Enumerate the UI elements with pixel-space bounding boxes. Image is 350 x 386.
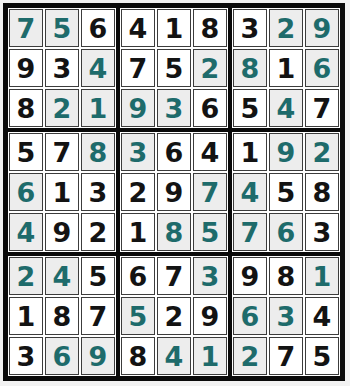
sudoku-cell-r6c9[interactable]: 3 bbox=[305, 213, 339, 251]
sudoku-cell-r5c8[interactable]: 5 bbox=[269, 173, 303, 211]
sudoku-box-4: 578613492 bbox=[6, 130, 118, 254]
sudoku-box-6: 192458763 bbox=[230, 130, 342, 254]
sudoku-cell-r3c3[interactable]: 1 bbox=[81, 89, 115, 127]
sudoku-box-3: 329816547 bbox=[230, 6, 342, 130]
sudoku-cell-r1c1[interactable]: 7 bbox=[9, 9, 43, 47]
sudoku-cell-r8c7[interactable]: 6 bbox=[233, 297, 267, 335]
sudoku-cell-r9c4[interactable]: 8 bbox=[121, 337, 155, 375]
sudoku-cell-r4c9[interactable]: 2 bbox=[305, 133, 339, 171]
sudoku-cell-r9c8[interactable]: 7 bbox=[269, 337, 303, 375]
sudoku-cell-r8c3[interactable]: 7 bbox=[81, 297, 115, 335]
sudoku-cell-r4c5[interactable]: 6 bbox=[157, 133, 191, 171]
sudoku-cell-r3c5[interactable]: 3 bbox=[157, 89, 191, 127]
sudoku-cell-r3c6[interactable]: 6 bbox=[193, 89, 227, 127]
sudoku-box-9: 981634275 bbox=[230, 254, 342, 378]
sudoku-cell-r5c4[interactable]: 2 bbox=[121, 173, 155, 211]
sudoku-cell-r2c9[interactable]: 6 bbox=[305, 49, 339, 87]
sudoku-cell-r3c4[interactable]: 9 bbox=[121, 89, 155, 127]
sudoku-cell-r6c2[interactable]: 9 bbox=[45, 213, 79, 251]
sudoku-box-7: 245187369 bbox=[6, 254, 118, 378]
sudoku-cell-r7c9[interactable]: 1 bbox=[305, 257, 339, 295]
sudoku-cell-r5c5[interactable]: 9 bbox=[157, 173, 191, 211]
sudoku-cell-r6c3[interactable]: 2 bbox=[81, 213, 115, 251]
sudoku-cell-r2c7[interactable]: 8 bbox=[233, 49, 267, 87]
sudoku-cell-r5c1[interactable]: 6 bbox=[9, 173, 43, 211]
sudoku-cell-r6c8[interactable]: 6 bbox=[269, 213, 303, 251]
sudoku-cell-r9c3[interactable]: 9 bbox=[81, 337, 115, 375]
sudoku-cell-r6c4[interactable]: 1 bbox=[121, 213, 155, 251]
sudoku-cell-r1c3[interactable]: 6 bbox=[81, 9, 115, 47]
sudoku-cell-r9c6[interactable]: 1 bbox=[193, 337, 227, 375]
sudoku-cell-r3c8[interactable]: 4 bbox=[269, 89, 303, 127]
sudoku-cell-r6c1[interactable]: 4 bbox=[9, 213, 43, 251]
sudoku-cell-r3c1[interactable]: 8 bbox=[9, 89, 43, 127]
sudoku-board-wrapper: 7569348214187529363298165475786134923642… bbox=[0, 0, 350, 384]
sudoku-cell-r4c2[interactable]: 7 bbox=[45, 133, 79, 171]
sudoku-cell-r5c3[interactable]: 3 bbox=[81, 173, 115, 211]
sudoku-cell-r1c8[interactable]: 2 bbox=[269, 9, 303, 47]
sudoku-cell-r2c4[interactable]: 7 bbox=[121, 49, 155, 87]
sudoku-cell-r1c4[interactable]: 4 bbox=[121, 9, 155, 47]
sudoku-cell-r8c2[interactable]: 8 bbox=[45, 297, 79, 335]
sudoku-cell-r6c5[interactable]: 8 bbox=[157, 213, 191, 251]
sudoku-cell-r3c7[interactable]: 5 bbox=[233, 89, 267, 127]
sudoku-cell-r7c3[interactable]: 5 bbox=[81, 257, 115, 295]
sudoku-cell-r5c7[interactable]: 4 bbox=[233, 173, 267, 211]
sudoku-box-8: 673529841 bbox=[118, 254, 230, 378]
sudoku-cell-r6c6[interactable]: 5 bbox=[193, 213, 227, 251]
sudoku-cell-r2c1[interactable]: 9 bbox=[9, 49, 43, 87]
sudoku-cell-r4c7[interactable]: 1 bbox=[233, 133, 267, 171]
sudoku-cell-r5c6[interactable]: 7 bbox=[193, 173, 227, 211]
sudoku-cell-r9c9[interactable]: 5 bbox=[305, 337, 339, 375]
sudoku-cell-r2c3[interactable]: 4 bbox=[81, 49, 115, 87]
sudoku-cell-r8c4[interactable]: 5 bbox=[121, 297, 155, 335]
sudoku-cell-r4c4[interactable]: 3 bbox=[121, 133, 155, 171]
sudoku-cell-r9c2[interactable]: 6 bbox=[45, 337, 79, 375]
sudoku-cell-r1c5[interactable]: 1 bbox=[157, 9, 191, 47]
sudoku-cell-r7c8[interactable]: 8 bbox=[269, 257, 303, 295]
sudoku-box-5: 364297185 bbox=[118, 130, 230, 254]
sudoku-box-2: 418752936 bbox=[118, 6, 230, 130]
sudoku-cell-r3c2[interactable]: 2 bbox=[45, 89, 79, 127]
sudoku-cell-r9c1[interactable]: 3 bbox=[9, 337, 43, 375]
sudoku-cell-r1c9[interactable]: 9 bbox=[305, 9, 339, 47]
sudoku-cell-r4c8[interactable]: 9 bbox=[269, 133, 303, 171]
sudoku-cell-r7c4[interactable]: 6 bbox=[121, 257, 155, 295]
sudoku-cell-r1c2[interactable]: 5 bbox=[45, 9, 79, 47]
sudoku-cell-r7c1[interactable]: 2 bbox=[9, 257, 43, 295]
sudoku-cell-r2c2[interactable]: 3 bbox=[45, 49, 79, 87]
sudoku-cell-r4c6[interactable]: 4 bbox=[193, 133, 227, 171]
sudoku-cell-r8c6[interactable]: 9 bbox=[193, 297, 227, 335]
sudoku-cell-r2c5[interactable]: 5 bbox=[157, 49, 191, 87]
sudoku-cell-r2c8[interactable]: 1 bbox=[269, 49, 303, 87]
sudoku-cell-r2c6[interactable]: 2 bbox=[193, 49, 227, 87]
sudoku-cell-r9c5[interactable]: 4 bbox=[157, 337, 191, 375]
sudoku-cell-r9c7[interactable]: 2 bbox=[233, 337, 267, 375]
sudoku-cell-r8c5[interactable]: 2 bbox=[157, 297, 191, 335]
sudoku-cell-r8c8[interactable]: 3 bbox=[269, 297, 303, 335]
sudoku-box-1: 756934821 bbox=[6, 6, 118, 130]
sudoku-cell-r7c7[interactable]: 9 bbox=[233, 257, 267, 295]
sudoku-board: 7569348214187529363298165475786134923642… bbox=[3, 3, 345, 381]
sudoku-cell-r5c9[interactable]: 8 bbox=[305, 173, 339, 211]
sudoku-cell-r4c3[interactable]: 8 bbox=[81, 133, 115, 171]
sudoku-cell-r3c9[interactable]: 7 bbox=[305, 89, 339, 127]
sudoku-cell-r7c2[interactable]: 4 bbox=[45, 257, 79, 295]
sudoku-cell-r7c6[interactable]: 3 bbox=[193, 257, 227, 295]
sudoku-cell-r8c9[interactable]: 4 bbox=[305, 297, 339, 335]
sudoku-cell-r1c7[interactable]: 3 bbox=[233, 9, 267, 47]
sudoku-cell-r1c6[interactable]: 8 bbox=[193, 9, 227, 47]
sudoku-cell-r7c5[interactable]: 7 bbox=[157, 257, 191, 295]
sudoku-cell-r6c7[interactable]: 7 bbox=[233, 213, 267, 251]
sudoku-cell-r4c1[interactable]: 5 bbox=[9, 133, 43, 171]
sudoku-cell-r8c1[interactable]: 1 bbox=[9, 297, 43, 335]
sudoku-cell-r5c2[interactable]: 1 bbox=[45, 173, 79, 211]
